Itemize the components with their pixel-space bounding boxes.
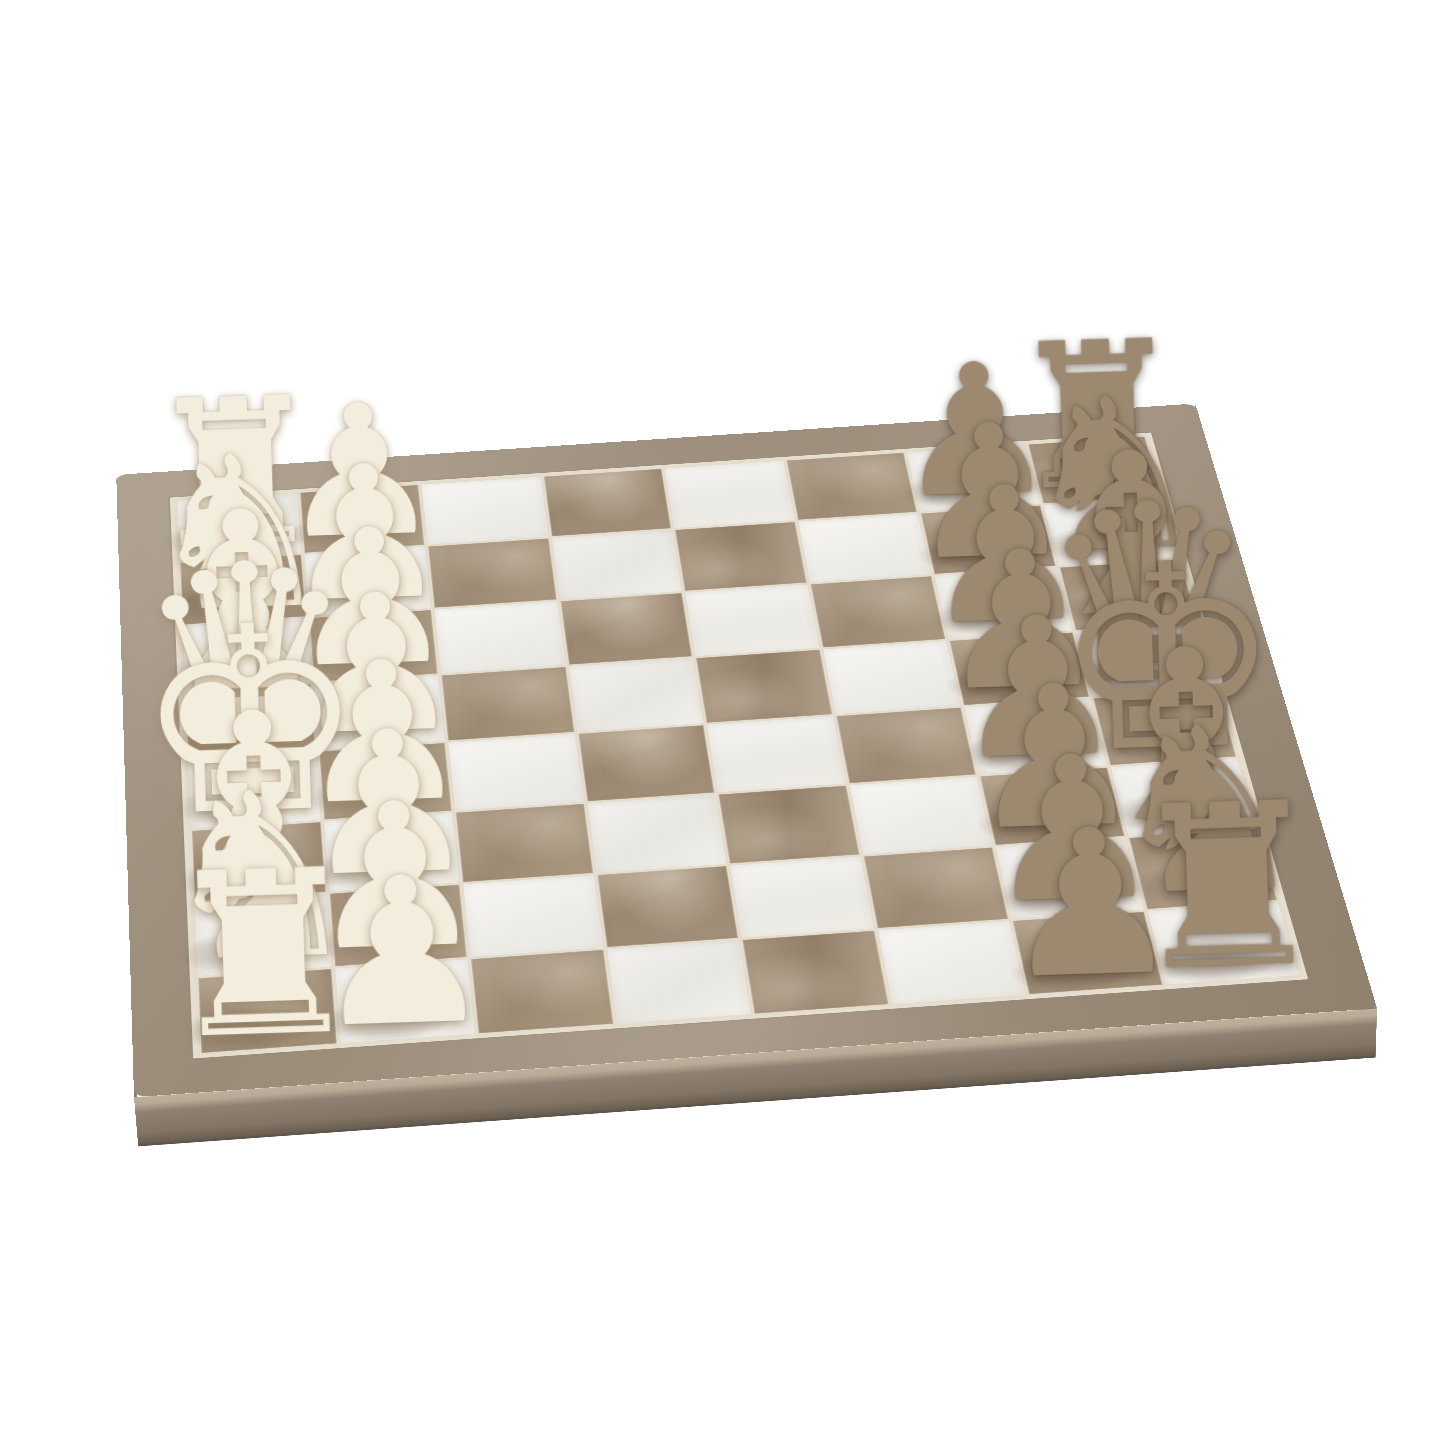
product-photo-scene: Hand-carved marble chess set at the star… bbox=[0, 0, 1445, 1445]
pieces-layer: ♜♟♟♜♞♟♟♞♝♟♟♝♛♟♟♛♚♟♟♚♝♟♟♝♞♟♟♞♜♟♟♜ bbox=[116, 404, 1377, 1098]
white-rook-glyph: ♜ bbox=[159, 839, 369, 1072]
camera-perspective: ♜♟♟♜♞♟♟♞♝♟♟♝♛♟♟♛♚♟♟♚♝♟♟♝♞♟♟♞♜♟♟♜ bbox=[0, 0, 1445, 1445]
chess-board: ♜♟♟♜♞♟♟♞♝♟♟♝♛♟♟♛♚♟♟♚♝♟♟♝♞♟♟♞♜♟♟♜ bbox=[116, 404, 1377, 1098]
black-pawn-glyph: ♟ bbox=[997, 801, 1184, 1008]
